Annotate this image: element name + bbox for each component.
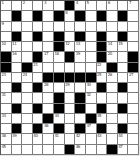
white-cell-r5c11[interactable]: 14 [107,42,118,52]
white-cell-r15c10[interactable] [97,145,108,155]
clue-number: 41 [55,134,59,138]
white-cell-r12c1[interactable]: 33 [1,114,12,124]
white-cell-r11c7[interactable] [65,104,76,114]
white-cell-r7c2[interactable] [12,63,23,73]
crossword-grid: 1234567891011121314151617181920212223242… [0,0,139,155]
white-cell-r15c13[interactable] [128,145,139,155]
white-cell-r15c9[interactable] [86,145,97,155]
white-cell-r9c11[interactable] [107,83,118,93]
white-cell-r15c8[interactable]: 46 [75,145,86,155]
clue-number: 2 [23,1,25,5]
white-cell-r2c7[interactable]: 8 [65,11,76,21]
clue-number: 1 [2,1,4,5]
clue-number: 3 [44,1,46,5]
white-cell-r14c4[interactable]: 40 [33,134,44,144]
white-cell-r5c4[interactable] [33,42,44,52]
white-cell-r7c9[interactable] [86,63,97,73]
clue-number: 12 [65,42,69,46]
white-cell-r14c10[interactable]: 43 [97,134,108,144]
white-cell-r14c3[interactable] [22,134,33,144]
white-cell-r13c5[interactable]: 36 [43,124,54,134]
white-cell-r7c10[interactable]: 22 [97,63,108,73]
white-cell-r9c9[interactable]: 30 [86,83,97,93]
white-cell-r2c5[interactable] [43,11,54,21]
white-cell-r14c1[interactable]: 38 [1,134,12,144]
white-cell-r15c6[interactable] [54,145,65,155]
black-cell-r11c2 [12,104,23,114]
black-cell-r4c2 [12,32,23,42]
white-cell-r6c11[interactable]: 20 [107,52,118,62]
white-cell-r14c5[interactable] [43,134,54,144]
white-cell-r6c2[interactable]: 16 [12,52,23,62]
white-cell-r3c10[interactable] [97,22,108,32]
black-cell-r2c4 [33,11,44,21]
white-cell-r7c6[interactable] [54,63,65,73]
black-cell-r4c6 [54,32,65,42]
white-cell-r4c3[interactable] [22,32,33,42]
white-cell-r3c2[interactable] [12,22,23,32]
white-cell-r15c3[interactable] [22,145,33,155]
white-cell-r5c8[interactable]: 13 [75,42,86,52]
clue-number: 35 [97,114,101,118]
clue-number: 25 [97,73,101,77]
black-cell-r4c4 [33,32,44,42]
clue-number: 8 [65,11,67,15]
black-cell-r13c6 [54,124,65,134]
white-cell-r1c13[interactable]: 7 [128,1,139,11]
white-cell-r7c8[interactable] [75,63,86,73]
black-cell-r2c6 [54,11,65,21]
clue-number: 37 [86,124,90,128]
clue-number: 38 [2,134,6,138]
clue-number: 29 [65,83,69,87]
white-cell-r8c11[interactable]: 26 [107,73,118,83]
clue-number: 15 [118,42,122,46]
white-cell-r3c4[interactable] [33,22,44,32]
clue-number: 14 [108,42,112,46]
white-cell-r3c1[interactable]: 9 [1,22,12,32]
white-cell-r10c10[interactable] [97,93,108,103]
white-cell-r12c3[interactable] [22,114,33,124]
clue-number: 28 [44,83,48,87]
white-cell-r12c6[interactable]: 34 [54,114,65,124]
clue-number: 34 [55,114,59,118]
white-cell-r3c12[interactable] [118,22,129,32]
white-cell-r5c13[interactable] [128,42,139,52]
black-cell-r11c4 [33,104,44,114]
clue-number: 7 [129,1,131,5]
white-cell-r10c11[interactable] [107,93,118,103]
white-cell-r4c9[interactable] [86,32,97,42]
white-cell-r10c13[interactable] [128,93,139,103]
black-cell-r8c5 [43,73,54,83]
clue-number: 22 [97,63,101,67]
white-cell-r9c7[interactable]: 29 [65,83,76,93]
black-cell-r8c7 [65,73,76,83]
white-cell-r14c9[interactable] [86,134,97,144]
white-cell-r1c5[interactable]: 3 [43,1,54,11]
clue-number: 4 [76,1,78,5]
white-cell-r13c3[interactable] [22,124,33,134]
white-cell-r4c1[interactable] [1,32,12,42]
black-cell-r4c8 [75,32,86,42]
white-cell-r10c5[interactable] [43,93,54,103]
black-cell-r5c6 [54,42,65,52]
white-cell-r10c9[interactable]: 32 [86,93,97,103]
black-cell-r9c4 [33,83,44,93]
white-cell-r8c1[interactable]: 23 [1,73,12,83]
white-cell-r11c3[interactable] [22,104,33,114]
white-cell-r13c1[interactable] [1,124,12,134]
white-cell-r13c7[interactable] [65,124,76,134]
black-cell-r10c6 [54,93,65,103]
clue-number: 27 [129,73,133,77]
white-cell-r1c6[interactable] [54,1,65,11]
white-cell-r14c12[interactable]: 44 [118,134,129,144]
white-cell-r1c4[interactable] [33,1,44,11]
clue-number: 24 [23,73,27,77]
white-cell-r5c5[interactable] [43,42,54,52]
white-cell-r2c9[interactable] [86,11,97,21]
white-cell-r14c6[interactable]: 41 [54,134,65,144]
white-cell-r3c11[interactable] [107,22,118,32]
clue-number: 18 [55,52,59,56]
white-cell-r10c7[interactable] [65,93,76,103]
black-cell-r11c6 [54,104,65,114]
clue-number: 13 [76,42,80,46]
white-cell-r3c5[interactable] [43,22,54,32]
white-cell-r11c5[interactable] [43,104,54,114]
black-cell-r8c6 [54,73,65,83]
clue-number: 16 [12,52,16,56]
white-cell-r12c12[interactable] [118,114,129,124]
white-cell-r11c11[interactable] [107,104,118,114]
white-cell-r3c9[interactable] [86,22,97,32]
white-cell-r6c6[interactable]: 18 [54,52,65,62]
white-cell-r14c8[interactable]: 42 [75,134,86,144]
white-cell-r2c3[interactable] [22,11,33,21]
white-cell-r8c2[interactable] [12,73,23,83]
black-cell-r9c12 [118,83,129,93]
black-cell-r13c2 [12,124,23,134]
white-cell-r1c12[interactable] [118,1,129,11]
white-cell-r3c13[interactable] [128,22,139,32]
white-cell-r1c9[interactable]: 5 [86,1,97,11]
black-cell-r7c3 [22,63,33,73]
white-cell-r7c5[interactable] [43,63,54,73]
white-cell-r2c11[interactable] [107,11,118,21]
white-cell-r1c3[interactable]: 2 [22,1,33,11]
clue-number: 10 [2,42,6,46]
black-cell-r11c12 [118,104,129,114]
black-cell-r8c9 [86,73,97,83]
black-cell-r2c12 [118,11,129,21]
white-cell-r5c1[interactable]: 10 [1,42,12,52]
white-cell-r1c10[interactable] [97,1,108,11]
white-cell-r1c11[interactable]: 6 [107,1,118,11]
clue-number: 31 [2,93,6,97]
white-cell-r1c1[interactable]: 1 [1,1,12,11]
white-cell-r10c2[interactable] [12,93,23,103]
white-cell-r1c8[interactable]: 4 [75,1,86,11]
black-cell-r13c10 [97,124,108,134]
white-cell-r12c8[interactable] [75,114,86,124]
white-cell-r15c4[interactable] [33,145,44,155]
white-cell-r15c1[interactable]: 45 [1,145,12,155]
white-cell-r7c12[interactable] [118,63,129,73]
white-cell-r12c2[interactable] [12,114,23,124]
white-cell-r5c9[interactable] [86,42,97,52]
white-cell-r15c5[interactable] [43,145,54,155]
white-cell-r9c1[interactable] [1,83,12,93]
white-cell-r8c4[interactable] [33,73,44,83]
black-cell-r9c10 [97,83,108,93]
clue-number: 20 [108,52,112,56]
white-cell-r2c1[interactable] [1,11,12,21]
white-cell-r12c11[interactable] [107,114,118,124]
black-cell-r7c13 [128,63,139,73]
white-cell-r11c1[interactable] [1,104,12,114]
black-cell-r10c8 [75,93,86,103]
white-cell-r13c9[interactable]: 37 [86,124,97,134]
white-cell-r11c13[interactable] [128,104,139,114]
white-cell-r14c13[interactable] [128,134,139,144]
black-cell-r2c10 [97,11,108,21]
black-cell-r12c9 [86,114,97,124]
clue-number: 46 [76,145,80,149]
white-cell-r9c6[interactable] [54,83,65,93]
white-cell-r3c8[interactable] [75,22,86,32]
white-cell-r4c7[interactable] [65,32,76,42]
clue-number: 32 [86,93,90,97]
white-cell-r6c12[interactable] [118,52,129,62]
white-cell-r5c12[interactable]: 15 [118,42,129,52]
black-cell-r13c8 [75,124,86,134]
white-cell-r9c5[interactable]: 28 [43,83,54,93]
clue-number: 42 [76,134,80,138]
clue-number: 47 [118,145,122,149]
clue-number: 11 [12,42,16,46]
black-cell-r6c10 [97,52,108,62]
clue-number: 43 [97,134,101,138]
black-cell-r11c8 [75,104,86,114]
white-cell-r3c3[interactable] [22,22,33,32]
white-cell-r10c3[interactable] [22,93,33,103]
white-cell-r9c8[interactable] [75,83,86,93]
white-cell-r5c2[interactable]: 11 [12,42,23,52]
white-cell-r5c3[interactable] [22,42,33,52]
white-cell-r2c13[interactable] [128,11,139,21]
clue-number: 45 [2,145,6,149]
black-cell-r13c4 [33,124,44,134]
black-cell-r4c10 [97,32,108,42]
white-cell-r4c5[interactable] [43,32,54,42]
white-cell-r6c5[interactable]: 17 [43,52,54,62]
white-cell-r13c11[interactable] [107,124,118,134]
white-cell-r11c9[interactable] [86,104,97,114]
white-cell-r12c10[interactable]: 35 [97,114,108,124]
white-cell-r6c3[interactable] [22,52,33,62]
white-cell-r12c7[interactable] [65,114,76,124]
white-cell-r15c12[interactable]: 47 [118,145,129,155]
white-cell-r4c11[interactable] [107,32,118,42]
white-cell-r10c4[interactable] [33,93,44,103]
clue-number: 17 [44,52,48,56]
clue-number: 23 [2,73,6,77]
black-cell-r2c2 [12,11,23,21]
white-cell-r12c13[interactable] [128,114,139,124]
black-cell-r2c8 [75,11,86,21]
white-cell-r9c3[interactable] [22,83,33,93]
black-cell-r6c7 [65,52,76,62]
black-cell-r13c12 [118,124,129,134]
black-cell-r9c2 [12,83,23,93]
clue-number: 36 [44,124,48,128]
clue-number: 6 [108,1,110,5]
white-cell-r9c13[interactable] [128,83,139,93]
black-cell-r1c7 [65,1,76,11]
clue-number: 33 [2,114,6,118]
black-cell-r7c11 [107,63,118,73]
white-cell-r1c2[interactable] [12,1,23,11]
black-cell-r7c1 [1,63,12,73]
white-cell-r6c8[interactable]: 19 [75,52,86,62]
black-cell-r12c5 [43,114,54,124]
white-cell-r10c1[interactable]: 31 [1,93,12,103]
white-cell-r7c7[interactable] [65,63,76,73]
white-cell-r14c2[interactable]: 39 [12,134,23,144]
white-cell-r12c4[interactable] [33,114,44,124]
white-cell-r5c7[interactable]: 12 [65,42,76,52]
white-cell-r8c10[interactable]: 25 [97,73,108,83]
black-cell-r6c4 [33,52,44,62]
white-cell-r3c7[interactable] [65,22,76,32]
black-cell-r5c10 [97,42,108,52]
black-cell-r15c7 [65,145,76,155]
white-cell-r3c6[interactable] [54,22,65,32]
black-cell-r15c11 [107,145,118,155]
white-cell-r10c12[interactable] [118,93,129,103]
white-cell-r8c13[interactable]: 27 [128,73,139,83]
white-cell-r8c3[interactable]: 24 [22,73,33,83]
clue-number: 5 [86,1,88,5]
white-cell-r8c12[interactable] [118,73,129,83]
white-cell-r13c13[interactable] [128,124,139,134]
white-cell-r14c11[interactable] [107,134,118,144]
clue-number: 9 [2,22,4,26]
clue-number: 30 [86,83,90,87]
white-cell-r4c13[interactable] [128,32,139,42]
white-cell-r7c4[interactable]: 21 [33,63,44,73]
white-cell-r15c2[interactable] [12,145,23,155]
black-cell-r6c1 [1,52,12,62]
clue-number: 44 [118,134,122,138]
clue-number: 19 [76,52,80,56]
white-cell-r6c9[interactable] [86,52,97,62]
black-cell-r8c8 [75,73,86,83]
clue-number: 39 [12,134,16,138]
white-cell-r14c7[interactable] [65,134,76,144]
black-cell-r4c12 [118,32,129,42]
black-cell-r6c13 [128,52,139,62]
clue-number: 26 [108,73,112,77]
clue-number: 21 [33,63,37,67]
clue-number: 40 [33,134,37,138]
black-cell-r11c10 [97,104,108,114]
